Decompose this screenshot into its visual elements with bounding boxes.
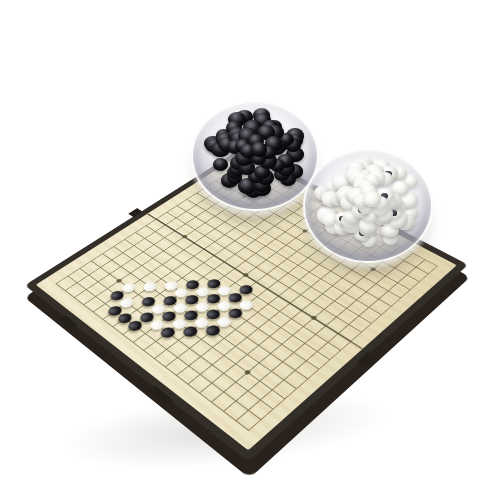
go-set-product-photo	[0, 0, 492, 492]
white-bowl-stone[interactable]	[363, 191, 382, 207]
black-bowl-stone[interactable]	[213, 158, 228, 171]
black-bowl-stone[interactable]	[251, 142, 267, 156]
hinge-notch-top	[128, 208, 142, 217]
black-stone-bowl[interactable]	[191, 101, 319, 211]
white-stone-bowl[interactable]	[303, 149, 433, 263]
